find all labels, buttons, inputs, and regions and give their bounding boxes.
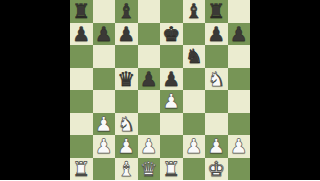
square-d5[interactable]: ♟ bbox=[138, 68, 161, 91]
square-e2[interactable] bbox=[160, 135, 183, 158]
square-d7[interactable] bbox=[138, 23, 161, 46]
chess-board: ♜♝♝♜♟♟♟♚♟♟♞♛♟♟♞♟♟♞♟♟♟♟♟♟♜♝♛♜♚ bbox=[70, 0, 250, 180]
square-b1[interactable] bbox=[93, 158, 116, 181]
white-pawn[interactable]: ♟ bbox=[95, 112, 113, 135]
app-background: ♜♝♝♜♟♟♟♚♟♟♞♛♟♟♞♟♟♞♟♟♟♟♟♟♜♝♛♜♚ bbox=[0, 0, 320, 180]
white-pawn[interactable]: ♟ bbox=[185, 135, 203, 158]
square-d2[interactable]: ♟ bbox=[138, 135, 161, 158]
square-c6[interactable] bbox=[115, 45, 138, 68]
white-rook[interactable]: ♜ bbox=[162, 157, 180, 180]
square-e4[interactable]: ♟ bbox=[160, 90, 183, 113]
square-h7[interactable]: ♟ bbox=[228, 23, 251, 46]
white-pawn[interactable]: ♟ bbox=[207, 135, 225, 158]
square-h1[interactable] bbox=[228, 158, 251, 181]
square-a5[interactable] bbox=[70, 68, 93, 91]
white-knight[interactable]: ♞ bbox=[117, 112, 135, 135]
square-f8[interactable]: ♝ bbox=[183, 0, 206, 23]
square-g7[interactable]: ♟ bbox=[205, 23, 228, 46]
black-pawn[interactable]: ♟ bbox=[72, 22, 90, 45]
white-bishop[interactable]: ♝ bbox=[117, 157, 135, 180]
black-pawn[interactable]: ♟ bbox=[230, 22, 248, 45]
black-knight[interactable]: ♞ bbox=[185, 45, 203, 68]
square-d3[interactable] bbox=[138, 113, 161, 136]
square-a8[interactable]: ♜ bbox=[70, 0, 93, 23]
black-pawn[interactable]: ♟ bbox=[207, 22, 225, 45]
square-b6[interactable] bbox=[93, 45, 116, 68]
square-f5[interactable] bbox=[183, 68, 206, 91]
white-pawn[interactable]: ♟ bbox=[230, 135, 248, 158]
white-pawn[interactable]: ♟ bbox=[140, 135, 158, 158]
square-a3[interactable] bbox=[70, 113, 93, 136]
square-b4[interactable] bbox=[93, 90, 116, 113]
square-b5[interactable] bbox=[93, 68, 116, 91]
square-g1[interactable]: ♚ bbox=[205, 158, 228, 181]
white-king[interactable]: ♚ bbox=[207, 157, 225, 180]
square-b8[interactable] bbox=[93, 0, 116, 23]
square-e6[interactable] bbox=[160, 45, 183, 68]
black-pawn[interactable]: ♟ bbox=[162, 67, 180, 90]
black-pawn[interactable]: ♟ bbox=[117, 22, 135, 45]
square-g3[interactable] bbox=[205, 113, 228, 136]
square-c3[interactable]: ♞ bbox=[115, 113, 138, 136]
square-d6[interactable] bbox=[138, 45, 161, 68]
square-g2[interactable]: ♟ bbox=[205, 135, 228, 158]
square-h3[interactable] bbox=[228, 113, 251, 136]
square-c1[interactable]: ♝ bbox=[115, 158, 138, 181]
square-f4[interactable] bbox=[183, 90, 206, 113]
white-queen[interactable]: ♛ bbox=[140, 157, 158, 180]
black-rook[interactable]: ♜ bbox=[72, 0, 90, 22]
black-bishop[interactable]: ♝ bbox=[117, 0, 135, 22]
white-rook[interactable]: ♜ bbox=[72, 157, 90, 180]
square-e1[interactable]: ♜ bbox=[160, 158, 183, 181]
square-h8[interactable] bbox=[228, 0, 251, 23]
black-rook[interactable]: ♜ bbox=[207, 0, 225, 22]
square-e5[interactable]: ♟ bbox=[160, 68, 183, 91]
square-e7[interactable]: ♚ bbox=[160, 23, 183, 46]
square-c4[interactable] bbox=[115, 90, 138, 113]
square-f7[interactable] bbox=[183, 23, 206, 46]
square-b3[interactable]: ♟ bbox=[93, 113, 116, 136]
square-a2[interactable] bbox=[70, 135, 93, 158]
white-knight[interactable]: ♞ bbox=[207, 67, 225, 90]
square-c5[interactable]: ♛ bbox=[115, 68, 138, 91]
square-h2[interactable]: ♟ bbox=[228, 135, 251, 158]
square-c2[interactable]: ♟ bbox=[115, 135, 138, 158]
black-pawn[interactable]: ♟ bbox=[95, 22, 113, 45]
black-king[interactable]: ♚ bbox=[162, 22, 180, 45]
square-h6[interactable] bbox=[228, 45, 251, 68]
square-a1[interactable]: ♜ bbox=[70, 158, 93, 181]
square-h5[interactable] bbox=[228, 68, 251, 91]
square-e8[interactable] bbox=[160, 0, 183, 23]
square-f6[interactable]: ♞ bbox=[183, 45, 206, 68]
square-e3[interactable] bbox=[160, 113, 183, 136]
white-pawn[interactable]: ♟ bbox=[95, 135, 113, 158]
square-a7[interactable]: ♟ bbox=[70, 23, 93, 46]
black-bishop[interactable]: ♝ bbox=[185, 0, 203, 22]
square-g8[interactable]: ♜ bbox=[205, 0, 228, 23]
square-g4[interactable] bbox=[205, 90, 228, 113]
square-g5[interactable]: ♞ bbox=[205, 68, 228, 91]
black-queen[interactable]: ♛ bbox=[117, 67, 135, 90]
square-b7[interactable]: ♟ bbox=[93, 23, 116, 46]
black-pawn[interactable]: ♟ bbox=[140, 67, 158, 90]
white-pawn[interactable]: ♟ bbox=[162, 90, 180, 113]
square-c7[interactable]: ♟ bbox=[115, 23, 138, 46]
square-f2[interactable]: ♟ bbox=[183, 135, 206, 158]
square-f1[interactable] bbox=[183, 158, 206, 181]
square-d4[interactable] bbox=[138, 90, 161, 113]
square-d8[interactable] bbox=[138, 0, 161, 23]
square-h4[interactable] bbox=[228, 90, 251, 113]
square-b2[interactable]: ♟ bbox=[93, 135, 116, 158]
square-d1[interactable]: ♛ bbox=[138, 158, 161, 181]
square-a6[interactable] bbox=[70, 45, 93, 68]
square-f3[interactable] bbox=[183, 113, 206, 136]
white-pawn[interactable]: ♟ bbox=[117, 135, 135, 158]
square-a4[interactable] bbox=[70, 90, 93, 113]
square-g6[interactable] bbox=[205, 45, 228, 68]
square-c8[interactable]: ♝ bbox=[115, 0, 138, 23]
